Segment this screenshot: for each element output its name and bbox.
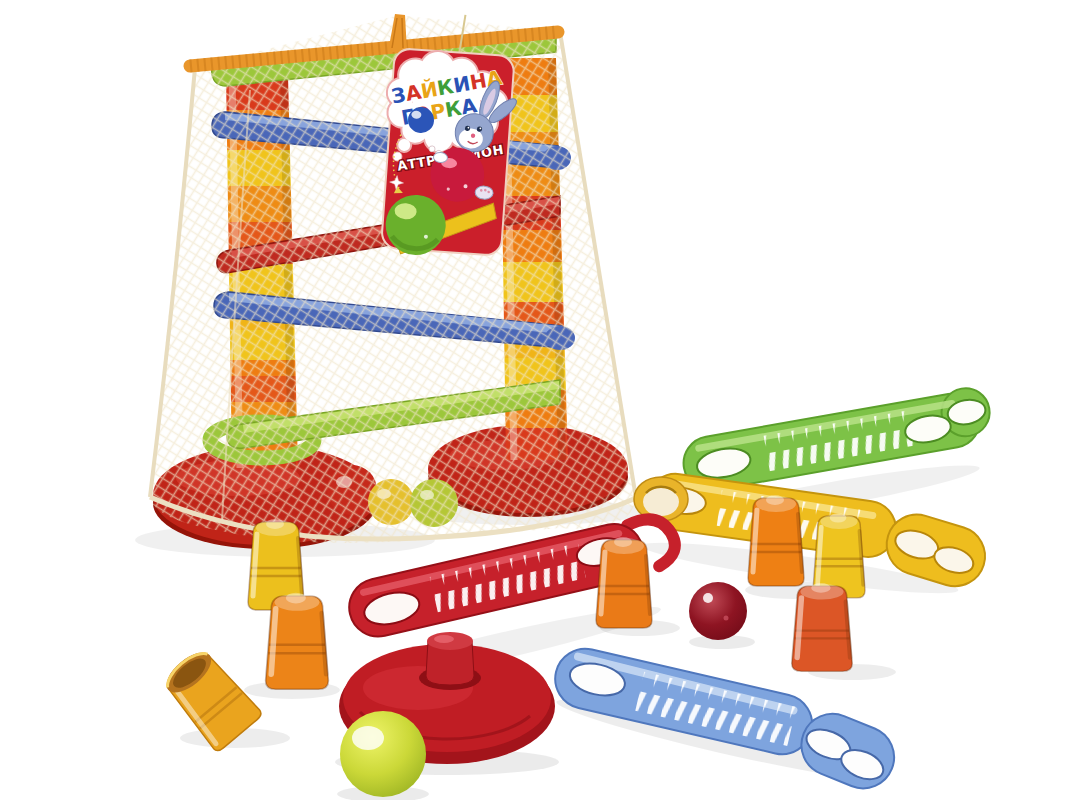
product-photo-canvas: ЗАЙКИНА ГОРКА АТТРАКЦИОН xyxy=(0,0,1084,800)
bunny-paw xyxy=(433,152,448,163)
cup-orange-1 xyxy=(266,593,329,689)
ball-yellow-green xyxy=(340,711,426,797)
cup-red-orange xyxy=(792,583,852,671)
ball-maroon xyxy=(689,582,747,640)
cup-orange-2 xyxy=(596,537,652,628)
cup-orange-3 xyxy=(748,495,804,586)
product-photo: ЗАЙКИНА ГОРКА АТТРАКЦИОН xyxy=(0,0,1084,800)
